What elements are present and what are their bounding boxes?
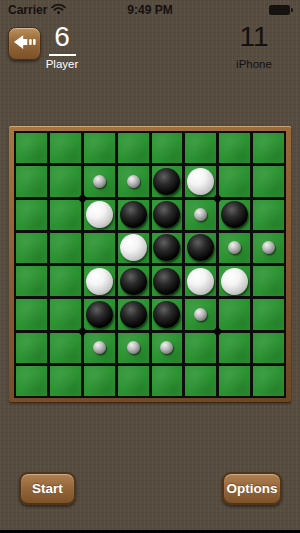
black-disc <box>153 301 180 328</box>
cell-b6[interactable] <box>50 299 81 329</box>
legal-move-hint <box>127 175 140 188</box>
cell-h5[interactable] <box>253 266 284 296</box>
cell-a3[interactable] <box>16 200 47 230</box>
cell-h1[interactable] <box>253 133 284 163</box>
cell-h2[interactable] <box>253 166 284 196</box>
cell-e1[interactable] <box>152 133 183 163</box>
cell-f7[interactable] <box>185 333 216 363</box>
cell-h6[interactable] <box>253 299 284 329</box>
white-disc <box>187 168 214 195</box>
cell-e3[interactable] <box>152 200 183 230</box>
cell-c3[interactable] <box>84 200 115 230</box>
cell-c6[interactable] <box>84 299 115 329</box>
cell-g2[interactable] <box>219 166 250 196</box>
cell-a5[interactable] <box>16 266 47 296</box>
legal-move-hint <box>262 241 275 254</box>
legal-move-hint <box>194 208 207 221</box>
cell-g4[interactable] <box>219 233 250 263</box>
legal-move-hint <box>127 341 140 354</box>
player-score-block: 6 Player <box>38 23 86 71</box>
white-disc <box>221 268 248 295</box>
cell-c5[interactable] <box>84 266 115 296</box>
cell-c4[interactable] <box>84 233 115 263</box>
black-disc <box>86 301 113 328</box>
black-disc <box>187 234 214 261</box>
cell-a2[interactable] <box>16 166 47 196</box>
cell-h8[interactable] <box>253 366 284 396</box>
cell-d8[interactable] <box>118 366 149 396</box>
cell-f6[interactable] <box>185 299 216 329</box>
legal-move-hint <box>160 341 173 354</box>
cell-b4[interactable] <box>50 233 81 263</box>
cell-c8[interactable] <box>84 366 115 396</box>
cell-a7[interactable] <box>16 333 47 363</box>
cell-f3[interactable] <box>185 200 216 230</box>
cell-g3[interactable] <box>219 200 250 230</box>
cell-e5[interactable] <box>152 266 183 296</box>
cell-d6[interactable] <box>118 299 149 329</box>
cell-f8[interactable] <box>185 366 216 396</box>
cell-c7[interactable] <box>84 333 115 363</box>
cell-b2[interactable] <box>50 166 81 196</box>
iphone-score: 11 <box>216 23 292 51</box>
cell-a4[interactable] <box>16 233 47 263</box>
cell-f4[interactable] <box>185 233 216 263</box>
cell-g8[interactable] <box>219 366 250 396</box>
black-disc <box>120 268 147 295</box>
board-frame <box>9 126 291 403</box>
cell-b3[interactable] <box>50 200 81 230</box>
legal-move-hint <box>228 241 241 254</box>
black-disc <box>120 301 147 328</box>
cell-d1[interactable] <box>118 133 149 163</box>
black-disc <box>153 234 180 261</box>
cell-e8[interactable] <box>152 366 183 396</box>
legal-move-hint <box>194 308 207 321</box>
iphone-label: iPhone <box>216 59 292 71</box>
black-disc <box>221 201 248 228</box>
legal-move-hint <box>93 341 106 354</box>
start-button[interactable]: Start <box>19 472 76 505</box>
cell-h7[interactable] <box>253 333 284 363</box>
cell-d2[interactable] <box>118 166 149 196</box>
white-disc <box>187 268 214 295</box>
white-disc <box>86 268 113 295</box>
undo-back-button[interactable] <box>8 27 41 60</box>
cell-c1[interactable] <box>84 133 115 163</box>
battery-icon <box>269 5 293 15</box>
clock: 9:49 PM <box>0 3 300 17</box>
cell-e2[interactable] <box>152 166 183 196</box>
cell-d5[interactable] <box>118 266 149 296</box>
white-disc <box>86 201 113 228</box>
cell-e4[interactable] <box>152 233 183 263</box>
cell-d7[interactable] <box>118 333 149 363</box>
iphone-turn-indicator-hidden <box>241 54 268 56</box>
legal-move-hint <box>93 175 106 188</box>
cell-c2[interactable] <box>84 166 115 196</box>
cell-b5[interactable] <box>50 266 81 296</box>
turn-indicator <box>49 54 76 56</box>
black-disc <box>153 268 180 295</box>
cell-b8[interactable] <box>50 366 81 396</box>
cell-g7[interactable] <box>219 333 250 363</box>
cell-g5[interactable] <box>219 266 250 296</box>
player-score: 6 <box>38 23 86 51</box>
player-label: Player <box>38 59 86 71</box>
othello-app-screen: Carrier 9:49 PM 6 P <box>0 0 300 533</box>
cell-g6[interactable] <box>219 299 250 329</box>
cell-e7[interactable] <box>152 333 183 363</box>
cell-d4[interactable] <box>118 233 149 263</box>
black-disc <box>120 201 147 228</box>
board-grid <box>14 131 286 398</box>
iphone-score-block: 11 iPhone <box>216 23 292 71</box>
black-disc <box>153 201 180 228</box>
cell-d3[interactable] <box>118 200 149 230</box>
cell-f5[interactable] <box>185 266 216 296</box>
status-bar: Carrier 9:49 PM <box>0 0 300 20</box>
cell-f1[interactable] <box>185 133 216 163</box>
cell-a1[interactable] <box>16 133 47 163</box>
cell-g1[interactable] <box>219 133 250 163</box>
options-button[interactable]: Options <box>222 472 282 505</box>
cell-a8[interactable] <box>16 366 47 396</box>
cell-a6[interactable] <box>16 299 47 329</box>
cell-b1[interactable] <box>50 133 81 163</box>
cell-h3[interactable] <box>253 200 284 230</box>
cell-f2[interactable] <box>185 166 216 196</box>
back-arrow-icon <box>14 34 36 54</box>
cell-e6[interactable] <box>152 299 183 329</box>
cell-b7[interactable] <box>50 333 81 363</box>
cell-h4[interactable] <box>253 233 284 263</box>
black-disc <box>153 168 180 195</box>
white-disc <box>120 234 147 261</box>
